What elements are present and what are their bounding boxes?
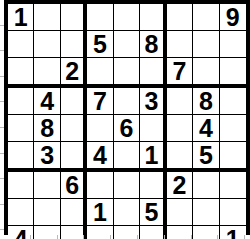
cell-r2c8[interactable]	[193, 31, 219, 58]
cell-r1c8[interactable]	[193, 4, 219, 31]
cell-r2c1[interactable]	[8, 31, 34, 58]
cell-r1c3[interactable]	[61, 4, 87, 31]
cell-r7c6[interactable]	[140, 172, 166, 199]
cell-r8c6[interactable]: 5	[140, 199, 166, 226]
cell-r7c9[interactable]	[220, 172, 246, 199]
cell-r3c2[interactable]	[34, 58, 60, 88]
cell-r8c7[interactable]	[167, 199, 193, 226]
cell-r3c6[interactable]	[140, 58, 166, 88]
cell-r6c1[interactable]	[8, 142, 34, 172]
cell-r5c5[interactable]: 6	[114, 115, 140, 142]
cell-r1c9[interactable]: 9	[220, 4, 246, 31]
cell-r4c5[interactable]	[114, 88, 140, 115]
sudoku-grid: 19582747388643415621541	[4, 0, 250, 235]
cell-r4c4[interactable]: 7	[87, 88, 113, 115]
cell-r7c4[interactable]	[87, 172, 113, 199]
cell-r1c4[interactable]	[87, 4, 113, 31]
cell-r3c1[interactable]	[8, 58, 34, 88]
cell-r1c6[interactable]	[140, 4, 166, 31]
cell-r8c4[interactable]: 1	[87, 199, 113, 226]
cell-r8c3[interactable]	[61, 199, 87, 226]
cell-r5c4[interactable]	[87, 115, 113, 142]
cell-r4c7[interactable]	[167, 88, 193, 115]
cell-r3c3[interactable]: 2	[61, 58, 87, 88]
cell-r8c9[interactable]	[220, 199, 246, 226]
cell-r6c6[interactable]: 1	[140, 142, 166, 172]
cell-r6c7[interactable]	[167, 142, 193, 172]
cell-r3c7[interactable]: 7	[167, 58, 193, 88]
cell-r4c1[interactable]	[8, 88, 34, 115]
cell-r4c2[interactable]: 4	[34, 88, 60, 115]
cell-r7c8[interactable]	[193, 172, 219, 199]
cell-r5c8[interactable]: 4	[193, 115, 219, 142]
bottom-tick-marks	[4, 235, 250, 239]
cell-r7c7[interactable]: 2	[167, 172, 193, 199]
cell-r1c7[interactable]	[167, 4, 193, 31]
cell-r4c8[interactable]: 8	[193, 88, 219, 115]
cell-r4c6[interactable]: 3	[140, 88, 166, 115]
left-tick-marks	[0, 0, 4, 235]
cell-r8c2[interactable]	[34, 199, 60, 226]
cell-r6c9[interactable]	[220, 142, 246, 172]
cell-r6c4[interactable]: 4	[87, 142, 113, 172]
cell-r7c5[interactable]	[114, 172, 140, 199]
cell-r1c2[interactable]	[34, 4, 60, 31]
cell-r6c8[interactable]: 5	[193, 142, 219, 172]
cell-r3c9[interactable]	[220, 58, 246, 88]
cell-r1c5[interactable]	[114, 4, 140, 31]
cell-r5c1[interactable]	[8, 115, 34, 142]
cell-r5c9[interactable]	[220, 115, 246, 142]
cell-r2c9[interactable]	[220, 31, 246, 58]
cell-r5c7[interactable]	[167, 115, 193, 142]
cell-r6c2[interactable]: 3	[34, 142, 60, 172]
cell-r8c5[interactable]	[114, 199, 140, 226]
cell-r3c8[interactable]	[193, 58, 219, 88]
cell-r5c6[interactable]	[140, 115, 166, 142]
cell-r2c6[interactable]: 8	[140, 31, 166, 58]
cell-r7c3[interactable]: 6	[61, 172, 87, 199]
cell-r4c3[interactable]	[61, 88, 87, 115]
cell-r6c3[interactable]	[61, 142, 87, 172]
cell-r7c2[interactable]	[34, 172, 60, 199]
cell-r4c9[interactable]	[220, 88, 246, 115]
sudoku-puzzle: 19582747388643415621541	[0, 0, 250, 239]
cell-r2c4[interactable]: 5	[87, 31, 113, 58]
cell-r3c4[interactable]	[87, 58, 113, 88]
cell-r2c7[interactable]	[167, 31, 193, 58]
cell-r2c3[interactable]	[61, 31, 87, 58]
cell-r2c5[interactable]	[114, 31, 140, 58]
cell-r3c5[interactable]	[114, 58, 140, 88]
cell-r8c8[interactable]	[193, 199, 219, 226]
cell-r6c5[interactable]	[114, 142, 140, 172]
cell-r7c1[interactable]	[8, 172, 34, 199]
cell-r1c1[interactable]: 1	[8, 4, 34, 31]
cell-r5c2[interactable]: 8	[34, 115, 60, 142]
cell-r2c2[interactable]	[34, 31, 60, 58]
cell-r5c3[interactable]	[61, 115, 87, 142]
cell-r8c1[interactable]	[8, 199, 34, 226]
